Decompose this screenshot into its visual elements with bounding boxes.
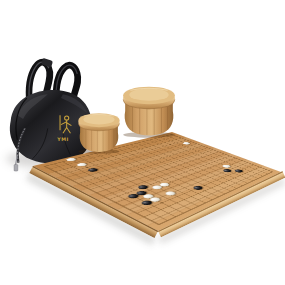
go-set-product-photo: YMI: [0, 0, 285, 285]
stone-bowl-left: [76, 108, 122, 157]
stone-bowl-right: [120, 84, 178, 138]
bowl-lid: [78, 113, 119, 131]
bag-logo-text: YMI: [56, 137, 69, 142]
bowl-lid: [123, 87, 175, 109]
bag-zipper-pull: [14, 164, 18, 171]
